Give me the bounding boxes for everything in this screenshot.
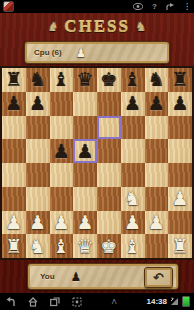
keyboard-chevron-icon[interactable]: ᐱ xyxy=(82,298,147,305)
cpu-row: Cpu (6) ♟ xyxy=(0,40,194,66)
recent-apps-icon[interactable] xyxy=(50,297,60,307)
black-pawn-piece: ♟ xyxy=(53,142,70,161)
you-player-label: You xyxy=(40,272,55,281)
square-e5[interactable] xyxy=(97,139,121,163)
square-g3[interactable] xyxy=(145,187,169,211)
black-king-piece: ♚ xyxy=(100,70,117,89)
square-f3[interactable]: ♞ xyxy=(121,187,145,211)
square-e7[interactable] xyxy=(97,92,121,116)
square-a1[interactable]: ♜ xyxy=(2,234,26,258)
square-d5[interactable]: ♟ xyxy=(73,139,97,163)
page-title: CHESS xyxy=(64,17,130,37)
chess-board: ♜♞♝♛♚♝♞♜♟♟♟♟♟♟♟♞♟♟♟♟♟♟♟♜♞♝♛♚♝♜ xyxy=(2,68,192,258)
square-c8[interactable]: ♝ xyxy=(50,68,74,92)
square-a7[interactable]: ♟ xyxy=(2,92,26,116)
square-g7[interactable]: ♟ xyxy=(145,92,169,116)
square-f8[interactable]: ♝ xyxy=(121,68,145,92)
square-d3[interactable] xyxy=(73,187,97,211)
square-a4[interactable] xyxy=(2,163,26,187)
square-c6[interactable] xyxy=(50,116,74,140)
square-h3[interactable]: ♟ xyxy=(168,187,192,211)
square-a2[interactable]: ♟ xyxy=(2,211,26,235)
square-e8[interactable]: ♚ xyxy=(97,68,121,92)
square-a8[interactable]: ♜ xyxy=(2,68,26,92)
black-queen-piece: ♛ xyxy=(77,70,94,89)
white-pawn-piece: ♟ xyxy=(77,213,94,232)
black-rook-piece: ♜ xyxy=(5,70,22,89)
white-rook-piece: ♜ xyxy=(5,237,22,256)
square-c2[interactable]: ♟ xyxy=(50,211,74,235)
square-a5[interactable] xyxy=(2,139,26,163)
white-rook-piece: ♜ xyxy=(172,237,189,256)
square-e3[interactable] xyxy=(97,187,121,211)
square-b2[interactable]: ♟ xyxy=(26,211,50,235)
app-icon xyxy=(3,1,14,12)
board-frame: ♜♞♝♛♚♝♞♜♟♟♟♟♟♟♟♞♟♟♟♟♟♟♟♜♞♝♛♚♝♜ xyxy=(0,66,194,260)
black-pawn-piece: ♟ xyxy=(148,94,165,113)
white-knight-piece: ♞ xyxy=(124,189,141,208)
android-nav-bar: ᐱ 14:38 xyxy=(0,293,194,310)
captured-white-pawn-icon: ♟ xyxy=(76,47,87,59)
white-bishop-piece: ♝ xyxy=(53,237,70,256)
knight-decoration-right-icon: ♞ xyxy=(135,19,147,34)
eye-icon[interactable] xyxy=(133,3,143,10)
white-queen-piece: ♛ xyxy=(77,237,94,256)
square-h1[interactable]: ♜ xyxy=(168,234,192,258)
square-d6[interactable] xyxy=(73,116,97,140)
white-pawn-piece: ♟ xyxy=(148,213,165,232)
square-b8[interactable]: ♞ xyxy=(26,68,50,92)
clock-label: 14:38 xyxy=(147,297,167,306)
square-b3[interactable] xyxy=(26,187,50,211)
black-rook-piece: ♜ xyxy=(172,70,189,89)
white-bishop-piece: ♝ xyxy=(124,237,141,256)
black-knight-piece: ♞ xyxy=(148,70,165,89)
square-g2[interactable]: ♟ xyxy=(145,211,169,235)
square-g6[interactable] xyxy=(145,116,169,140)
square-g1[interactable] xyxy=(145,234,169,258)
square-f4[interactable] xyxy=(121,163,145,187)
square-b7[interactable]: ♟ xyxy=(26,92,50,116)
black-bishop-piece: ♝ xyxy=(124,70,141,89)
cpu-player-label: Cpu (6) xyxy=(34,48,62,57)
white-pawn-piece: ♟ xyxy=(124,213,141,232)
square-g8[interactable]: ♞ xyxy=(145,68,169,92)
square-c5[interactable]: ♟ xyxy=(50,139,74,163)
black-pawn-piece: ♟ xyxy=(5,94,22,113)
black-pawn-piece: ♟ xyxy=(29,94,46,113)
square-h4[interactable] xyxy=(168,163,192,187)
square-d2[interactable]: ♟ xyxy=(73,211,97,235)
home-icon[interactable] xyxy=(28,297,38,307)
knight-decoration-left-icon: ♞ xyxy=(47,19,59,34)
square-g4[interactable] xyxy=(145,163,169,187)
square-e4[interactable] xyxy=(97,163,121,187)
square-b5[interactable] xyxy=(26,139,50,163)
square-c3[interactable] xyxy=(50,187,74,211)
square-d1[interactable]: ♛ xyxy=(73,234,97,258)
share-icon[interactable] xyxy=(166,3,174,11)
black-pawn-piece: ♟ xyxy=(124,94,141,113)
cpu-player-plaque: Cpu (6) ♟ xyxy=(24,41,170,64)
chess-app-screen: ? ⋮ ♞ CHESS ♞ Cpu (6) ♟ ♜♞♝♛♚♝♞♜♟♟♟♟♟♟♟♞… xyxy=(0,0,194,310)
black-pawn-piece: ♟ xyxy=(77,142,94,161)
battery-icon xyxy=(182,296,190,307)
overflow-menu-icon[interactable]: ⋮ xyxy=(183,3,191,11)
white-pawn-piece: ♟ xyxy=(5,213,22,232)
white-knight-piece: ♞ xyxy=(29,237,46,256)
white-pawn-piece: ♟ xyxy=(29,213,46,232)
undo-button[interactable]: ↶ xyxy=(144,267,173,288)
square-b1[interactable]: ♞ xyxy=(26,234,50,258)
black-pawn-piece: ♟ xyxy=(172,94,189,113)
square-h7[interactable]: ♟ xyxy=(168,92,192,116)
square-f1[interactable]: ♝ xyxy=(121,234,145,258)
white-pawn-piece: ♟ xyxy=(53,213,70,232)
square-c7[interactable] xyxy=(50,92,74,116)
square-f2[interactable]: ♟ xyxy=(121,211,145,235)
white-pawn-piece: ♟ xyxy=(172,189,189,208)
black-knight-piece: ♞ xyxy=(29,70,46,89)
white-king-piece: ♚ xyxy=(100,237,117,256)
square-h2[interactable] xyxy=(168,211,192,235)
screenshot-icon[interactable] xyxy=(72,297,82,307)
square-h8[interactable]: ♜ xyxy=(168,68,192,92)
help-icon[interactable]: ? xyxy=(152,3,157,11)
cpu-captured-tray: ♟ xyxy=(76,47,87,59)
status-bar: ? ⋮ xyxy=(0,0,194,13)
square-e2[interactable] xyxy=(97,211,121,235)
signal-icon xyxy=(170,297,179,306)
square-e1[interactable]: ♚ xyxy=(97,234,121,258)
square-c1[interactable]: ♝ xyxy=(50,234,74,258)
square-c4[interactable] xyxy=(50,163,74,187)
you-captured-tray: ♟ xyxy=(71,271,82,283)
square-d7[interactable] xyxy=(73,92,97,116)
square-g5[interactable] xyxy=(145,139,169,163)
square-h5[interactable] xyxy=(168,139,192,163)
square-f7[interactable]: ♟ xyxy=(121,92,145,116)
square-h6[interactable] xyxy=(168,116,192,140)
captured-black-pawn-icon: ♟ xyxy=(71,271,82,283)
square-d4[interactable] xyxy=(73,163,97,187)
square-b6[interactable] xyxy=(26,116,50,140)
black-bishop-piece: ♝ xyxy=(53,70,70,89)
square-a6[interactable] xyxy=(2,116,26,140)
square-a3[interactable] xyxy=(2,187,26,211)
title-bar: ♞ CHESS ♞ xyxy=(0,13,194,40)
square-b4[interactable] xyxy=(26,163,50,187)
square-f6[interactable] xyxy=(121,116,145,140)
you-row: You ♟ ↶ xyxy=(0,260,194,293)
you-player-plaque: You ♟ ↶ xyxy=(27,263,179,290)
square-f5[interactable] xyxy=(121,139,145,163)
square-e6[interactable] xyxy=(97,116,121,140)
square-d8[interactable]: ♛ xyxy=(73,68,97,92)
back-icon[interactable] xyxy=(6,297,16,307)
